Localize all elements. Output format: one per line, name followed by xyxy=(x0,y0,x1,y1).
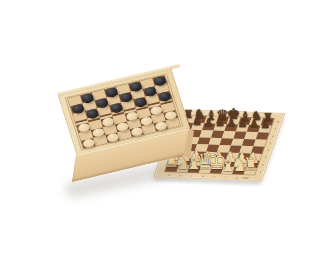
checker-piece-light xyxy=(82,138,96,148)
checker-piece-light xyxy=(130,127,144,137)
checkers-square xyxy=(105,132,119,143)
checkers-box xyxy=(0,0,320,267)
product-photo: abcdefgh 87654321 ♜♞♝♛♚♝♞♜♟♟♟♟♟♟♟♟♟♟♟♟♟♟… xyxy=(0,0,320,267)
checker-piece-light xyxy=(106,132,120,142)
checkers-square xyxy=(81,138,95,149)
checker-piece-light xyxy=(154,121,168,131)
checkers-square xyxy=(154,121,168,132)
checkers-square xyxy=(129,126,143,137)
